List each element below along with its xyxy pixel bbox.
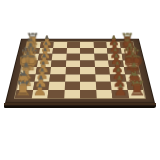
square (64, 82, 80, 90)
square: ♜♜ (15, 90, 33, 98)
piece-white-pawn: ♟♟ (31, 82, 47, 98)
board-perspective-wrapper: ♜♜♟♟♟♟♜♜♞♞♟♟♟♟♞♞♝♝♟♟♟♟♝♝♛♛♟♟♟♟♛♛♚♚♟♟♟♟♚♚… (5, 0, 155, 103)
square (80, 74, 95, 82)
square (65, 74, 80, 82)
square: ♜♜ (127, 90, 145, 98)
board-squares-grid: ♜♜♟♟♟♟♜♜♞♞♟♟♟♟♞♞♝♝♟♟♟♟♝♝♛♛♟♟♟♟♛♛♚♚♟♟♟♟♚♚… (15, 42, 145, 98)
square (48, 82, 64, 90)
board-front-edge (4, 103, 156, 108)
square (95, 82, 111, 90)
piece-black-rook: ♜♜ (129, 79, 145, 99)
square (80, 90, 96, 98)
square (48, 90, 65, 98)
piece-white-rook: ♜♜ (15, 79, 31, 99)
square (50, 67, 65, 74)
chess-board: ♜♜♟♟♟♟♜♜♞♞♟♟♟♟♞♞♝♝♟♟♟♟♝♝♛♛♟♟♟♟♛♛♚♚♟♟♟♟♚♚… (5, 39, 155, 103)
square (80, 60, 95, 67)
square (65, 60, 80, 67)
square (80, 67, 95, 74)
square (94, 60, 109, 67)
square (64, 90, 80, 98)
square: ♟♟ (112, 90, 129, 98)
square (49, 74, 65, 82)
square (51, 60, 66, 67)
chess-set-photo: ♜♜♟♟♟♟♜♜♞♞♟♟♟♟♞♞♝♝♟♟♟♟♝♝♛♛♟♟♟♟♛♛♚♚♟♟♟♟♚♚… (0, 0, 160, 160)
square (65, 67, 80, 74)
square (96, 90, 113, 98)
square (80, 82, 96, 90)
square (95, 74, 111, 82)
square: ♟♟ (31, 90, 48, 98)
piece-black-pawn: ♟♟ (112, 82, 128, 98)
square (95, 67, 110, 74)
